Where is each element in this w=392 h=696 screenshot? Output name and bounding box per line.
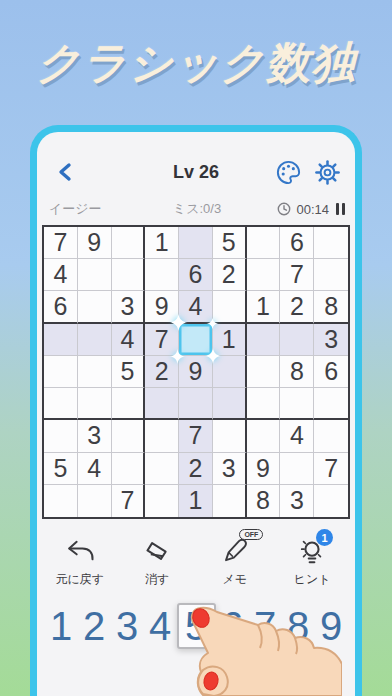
grid-cell-r6c6[interactable] bbox=[213, 388, 247, 420]
settings-gear-button[interactable] bbox=[314, 159, 341, 186]
grid-cell-r1c2[interactable]: 9 bbox=[78, 227, 112, 259]
pointing-hand-illustration bbox=[170, 606, 342, 696]
grid-cell-r5c9[interactable]: 6 bbox=[314, 356, 348, 388]
cell-value: 4 bbox=[120, 325, 134, 354]
hint-button[interactable]: 1 ヒント bbox=[274, 536, 352, 588]
grid-cell-r1c4[interactable]: 1 bbox=[145, 227, 179, 259]
grid-cell-r5c5[interactable]: 9 bbox=[179, 356, 213, 388]
grid-cell-r2c9[interactable] bbox=[314, 259, 348, 291]
grid-cell-r2c3[interactable] bbox=[112, 259, 146, 291]
grid-cell-r9c4[interactable] bbox=[145, 485, 179, 517]
hint-count-badge: 1 bbox=[316, 529, 333, 546]
erase-button[interactable]: 消す bbox=[119, 536, 197, 588]
grid-cell-r6c8[interactable] bbox=[280, 388, 314, 420]
grid-cell-r7c7[interactable] bbox=[247, 420, 281, 452]
cell-value: 2 bbox=[290, 292, 304, 321]
grid-cell-r4c8[interactable] bbox=[280, 324, 314, 356]
grid-cell-r9c9[interactable] bbox=[314, 485, 348, 517]
cell-value: 9 bbox=[155, 292, 169, 321]
grid-cell-r1c7[interactable] bbox=[247, 227, 281, 259]
grid-cell-r2c4[interactable] bbox=[145, 259, 179, 291]
grid-cell-r6c2[interactable] bbox=[78, 388, 112, 420]
grid-cell-r4c4[interactable]: 7 bbox=[145, 324, 179, 356]
grid-cell-r7c1[interactable] bbox=[44, 420, 78, 452]
grid-cell-r9c2[interactable] bbox=[78, 485, 112, 517]
header-bar: Lv 26 bbox=[37, 154, 355, 190]
grid-cell-r2c5[interactable]: 6 bbox=[179, 259, 213, 291]
grid-cell-r3c9[interactable]: 8 bbox=[314, 291, 348, 323]
cell-value: 5 bbox=[53, 454, 67, 483]
grid-cell-r4c5[interactable] bbox=[179, 324, 213, 356]
grid-cell-r5c6[interactable] bbox=[213, 356, 247, 388]
cell-value: 4 bbox=[189, 292, 203, 321]
cell-value: 2 bbox=[155, 357, 169, 386]
grid-cell-r4c7[interactable] bbox=[247, 324, 281, 356]
cell-value: 3 bbox=[290, 486, 304, 515]
grid-cell-r8c2[interactable]: 4 bbox=[78, 453, 112, 485]
grid-cell-r7c2[interactable]: 3 bbox=[78, 420, 112, 452]
cell-value: 2 bbox=[222, 260, 236, 289]
grid-cell-r8c5[interactable]: 2 bbox=[179, 453, 213, 485]
cell-value: 5 bbox=[222, 228, 236, 257]
grid-cell-r3c5[interactable]: 4 bbox=[179, 291, 213, 323]
pause-button[interactable] bbox=[336, 203, 345, 215]
cell-value: 4 bbox=[53, 260, 67, 289]
grid-cell-r3c4[interactable]: 9 bbox=[145, 291, 179, 323]
grid-cell-r9c3[interactable]: 7 bbox=[112, 485, 146, 517]
grid-cell-r1c5[interactable] bbox=[179, 227, 213, 259]
grid-cell-r8c6[interactable]: 3 bbox=[213, 453, 247, 485]
grid-cell-r2c6[interactable]: 2 bbox=[213, 259, 247, 291]
memo-button[interactable]: OFF メモ bbox=[196, 536, 274, 588]
cell-value: 3 bbox=[222, 454, 236, 483]
grid-cell-r4c6[interactable]: 1 bbox=[213, 324, 247, 356]
cell-value: 9 bbox=[87, 228, 101, 257]
cell-value: 4 bbox=[290, 421, 304, 450]
cell-value: 3 bbox=[120, 292, 134, 321]
grid-cell-r7c4[interactable] bbox=[145, 420, 179, 452]
grid-cell-r6c7[interactable] bbox=[247, 388, 281, 420]
cell-value: 2 bbox=[189, 454, 203, 483]
timer: 00:14 bbox=[296, 202, 329, 217]
grid-cell-r5c4[interactable]: 2 bbox=[145, 356, 179, 388]
cell-value: 8 bbox=[290, 357, 304, 386]
grid-cell-r5c2[interactable] bbox=[78, 356, 112, 388]
cell-value: 8 bbox=[324, 292, 338, 321]
grid-cell-r6c1[interactable] bbox=[44, 388, 78, 420]
grid-cell-r9c6[interactable] bbox=[213, 485, 247, 517]
grid-cell-r3c8[interactable]: 2 bbox=[280, 291, 314, 323]
grid-cell-r1c1[interactable]: 7 bbox=[44, 227, 78, 259]
memo-off-badge: OFF bbox=[239, 529, 263, 540]
cell-value: 6 bbox=[290, 228, 304, 257]
grid-cell-r7c5[interactable]: 7 bbox=[179, 420, 213, 452]
undo-label: 元に戻す bbox=[55, 571, 104, 588]
cell-value: 3 bbox=[87, 421, 101, 450]
grid-cell-r3c7[interactable]: 1 bbox=[247, 291, 281, 323]
cell-value: 7 bbox=[290, 260, 304, 289]
grid-cell-r6c3[interactable] bbox=[112, 388, 146, 420]
status-bar: イージー ミス:0/3 00:14 bbox=[49, 200, 345, 218]
grid-cell-r5c1[interactable] bbox=[44, 356, 78, 388]
cell-value: 4 bbox=[87, 454, 101, 483]
grid-cell-r5c7[interactable] bbox=[247, 356, 281, 388]
grid-cell-r3c2[interactable] bbox=[78, 291, 112, 323]
cell-value: 6 bbox=[189, 260, 203, 289]
theme-palette-button[interactable] bbox=[275, 159, 302, 186]
cell-value: 7 bbox=[189, 421, 203, 450]
grid-cell-r8c1[interactable]: 5 bbox=[44, 453, 78, 485]
grid-cell-r7c6[interactable] bbox=[213, 420, 247, 452]
grid-cell-r2c1[interactable]: 4 bbox=[44, 259, 78, 291]
grid-cell-r2c8[interactable]: 7 bbox=[280, 259, 314, 291]
grid-cell-r5c3[interactable]: 5 bbox=[112, 356, 146, 388]
grid-cell-r7c3[interactable] bbox=[112, 420, 146, 452]
grid-cell-r1c6[interactable]: 5 bbox=[213, 227, 247, 259]
undo-button[interactable]: 元に戻す bbox=[41, 536, 119, 588]
grid-cell-r8c8[interactable] bbox=[280, 453, 314, 485]
numpad-button-2[interactable]: 2 bbox=[78, 604, 111, 648]
hint-label: ヒント bbox=[294, 571, 331, 588]
cell-value: 1 bbox=[189, 486, 203, 515]
grid-cell-r2c2[interactable] bbox=[78, 259, 112, 291]
grid-cell-r1c3[interactable] bbox=[112, 227, 146, 259]
grid-cell-r1c9[interactable] bbox=[314, 227, 348, 259]
grid-cell-r9c5[interactable]: 1 bbox=[179, 485, 213, 517]
cell-value: 6 bbox=[53, 292, 67, 321]
grid-cell-r8c3[interactable] bbox=[112, 453, 146, 485]
grid-cell-r9c1[interactable] bbox=[44, 485, 78, 517]
cell-value: 7 bbox=[120, 486, 134, 515]
grid-cell-r8c4[interactable] bbox=[145, 453, 179, 485]
grid-cell-r9c7[interactable]: 8 bbox=[247, 485, 281, 517]
cell-value: 9 bbox=[256, 454, 270, 483]
grid-cell-r5c8[interactable]: 8 bbox=[280, 356, 314, 388]
memo-label: メモ bbox=[222, 571, 247, 588]
cell-value: 5 bbox=[120, 357, 134, 386]
sudoku-board: 79156462763941284713529863745423977183 bbox=[42, 225, 350, 519]
cell-value: 1 bbox=[222, 325, 236, 354]
undo-icon bbox=[65, 536, 95, 566]
grid-cell-r4c2[interactable] bbox=[78, 324, 112, 356]
cell-value: 3 bbox=[324, 325, 338, 354]
grid-cell-r4c3[interactable]: 4 bbox=[112, 324, 146, 356]
cell-value: 8 bbox=[256, 486, 270, 515]
toolbar: 元に戻す 消す OFF メモ bbox=[41, 536, 351, 588]
grid-cell-r7c9[interactable] bbox=[314, 420, 348, 452]
grid-cell-r3c3[interactable]: 3 bbox=[112, 291, 146, 323]
grid-cell-r2c7[interactable] bbox=[247, 259, 281, 291]
pen-icon bbox=[220, 536, 250, 566]
eraser-icon bbox=[142, 536, 172, 566]
grid-cell-r4c9[interactable]: 3 bbox=[314, 324, 348, 356]
cell-value: 9 bbox=[189, 357, 203, 386]
cell-value: 7 bbox=[53, 228, 67, 257]
numpad-button-3[interactable]: 3 bbox=[111, 604, 144, 648]
cell-value: 7 bbox=[155, 325, 169, 354]
grid-cell-r7c8[interactable]: 4 bbox=[280, 420, 314, 452]
grid-cell-r8c9[interactable]: 7 bbox=[314, 453, 348, 485]
cell-value: 1 bbox=[155, 228, 169, 257]
cell-value: 6 bbox=[324, 357, 338, 386]
grid-cell-r3c6[interactable] bbox=[213, 291, 247, 323]
grid-cell-r9c8[interactable]: 3 bbox=[280, 485, 314, 517]
clock-icon bbox=[277, 202, 291, 216]
grid-cell-r6c9[interactable] bbox=[314, 388, 348, 420]
app-title: クラシック数独 bbox=[0, 34, 392, 93]
grid-cell-r6c4[interactable] bbox=[145, 388, 179, 420]
cell-value: 7 bbox=[324, 454, 338, 483]
grid-cell-r8c7[interactable]: 9 bbox=[247, 453, 281, 485]
grid-cell-r4c1[interactable] bbox=[44, 324, 78, 356]
cell-value: 1 bbox=[256, 292, 270, 321]
numpad-button-1[interactable]: 1 bbox=[45, 604, 78, 648]
grid-cell-r3c1[interactable]: 6 bbox=[44, 291, 78, 323]
grid-cell-r6c5[interactable] bbox=[179, 388, 213, 420]
grid-cell-r1c8[interactable]: 6 bbox=[280, 227, 314, 259]
erase-label: 消す bbox=[145, 571, 169, 588]
